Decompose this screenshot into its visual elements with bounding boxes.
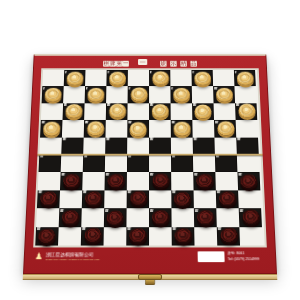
dark-piece[interactable] [84, 192, 102, 207]
square-23[interactable]: 23 [149, 137, 171, 154]
square-number: 7 [86, 87, 87, 89]
square-number: 2 [108, 70, 109, 72]
item-info-block: 货号: 8061 Tel: (0579) 2514999 [227, 250, 265, 262]
square-r5c5 [127, 137, 149, 154]
slogan-char: 乐 [170, 60, 176, 66]
square-22[interactable]: 22 [105, 137, 127, 154]
dark-piece[interactable] [218, 192, 236, 207]
square-27[interactable]: 27 [83, 155, 105, 173]
square-r9c1 [36, 208, 59, 226]
square-number: 10 [214, 87, 217, 89]
square-r1c7 [170, 70, 191, 86]
playing-area: 1234567891011121314151617181920212223242… [33, 68, 267, 247]
light-piece[interactable] [173, 88, 190, 102]
dark-piece[interactable] [39, 192, 57, 207]
square-number: 9 [171, 87, 172, 89]
square-39[interactable]: 39 [171, 190, 194, 208]
checkers-board-box: 棋牌第一 — 娱乐精品 1234567891011121314151617181… [23, 54, 277, 274]
dark-piece[interactable] [239, 174, 257, 189]
dark-piece[interactable] [220, 228, 238, 243]
square-number: 16 [42, 121, 45, 123]
light-piece[interactable] [238, 104, 255, 118]
square-r7c9 [215, 172, 238, 190]
dark-piece[interactable] [152, 173, 169, 188]
square-r4c4 [105, 120, 127, 137]
square-number: 15 [236, 104, 239, 106]
square-36[interactable]: 36 [37, 190, 60, 208]
square-number: 35 [238, 173, 241, 175]
square-number: 23 [150, 138, 153, 140]
square-25[interactable]: 25 [236, 137, 259, 154]
square-r2c8 [192, 86, 214, 103]
square-r9c5 [126, 208, 149, 226]
square-r3c9 [214, 103, 236, 120]
square-r6c8 [193, 155, 215, 173]
board-fold-line [37, 154, 262, 156]
square-26[interactable]: 26 [39, 155, 62, 173]
square-r7c3 [82, 172, 105, 190]
square-4[interactable]: 4 [191, 70, 213, 86]
square-number: 37 [83, 191, 86, 194]
square-number: 5 [235, 70, 236, 72]
square-37[interactable]: 37 [82, 190, 105, 208]
dark-piece[interactable] [61, 210, 79, 225]
square-number: 47 [82, 227, 85, 230]
square-41[interactable]: 41 [59, 208, 82, 226]
square-48[interactable]: 48 [126, 227, 149, 246]
dark-piece[interactable] [173, 192, 191, 207]
square-number: 25 [237, 138, 240, 140]
square-number: 6 [43, 87, 44, 89]
square-r8c8 [194, 190, 217, 208]
square-r4c2 [62, 120, 84, 137]
square-34[interactable]: 34 [193, 172, 216, 190]
square-6[interactable]: 6 [42, 86, 64, 103]
light-piece[interactable] [217, 121, 234, 135]
square-number: 1 [65, 70, 66, 72]
square-r5c9 [214, 137, 236, 154]
dark-piece[interactable] [107, 174, 125, 189]
square-number: 21 [63, 138, 66, 140]
square-40[interactable]: 40 [216, 190, 239, 208]
square-42[interactable]: 42 [104, 208, 127, 226]
slogan-right: 娱乐精品 [156, 54, 197, 69]
light-piece[interactable] [129, 122, 146, 136]
square-r3c7 [171, 103, 193, 120]
light-piece[interactable] [87, 121, 104, 135]
square-r2c10 [234, 86, 256, 103]
square-number: 44 [195, 209, 198, 212]
square-number: 49 [173, 227, 176, 230]
square-r8c4 [104, 190, 127, 208]
square-r6c4 [105, 155, 127, 173]
company-name-en: ZHEJIANG XINGDA CHESS & CARDS CO.,LTD. [46, 258, 100, 260]
square-number: 19 [172, 121, 175, 123]
telephone: Tel: (0579) 2514999 [228, 257, 251, 261]
square-r8c10 [238, 190, 261, 208]
dark-piece[interactable] [62, 174, 80, 189]
square-number: 18 [128, 121, 131, 123]
square-r7c7 [171, 172, 193, 190]
square-45[interactable]: 45 [239, 208, 262, 226]
dark-piece[interactable] [151, 210, 169, 225]
square-number: 32 [106, 173, 109, 175]
dark-piece[interactable] [106, 210, 124, 225]
square-r7c1 [38, 172, 61, 190]
square-r3c5 [127, 103, 149, 120]
item-number: 货号: 8061 [227, 252, 250, 256]
slogan-char: 一 [122, 60, 128, 66]
square-47[interactable]: 47 [81, 227, 104, 246]
square-5[interactable]: 5 [234, 70, 256, 86]
square-r8c2 [59, 190, 82, 208]
square-number: 33 [150, 173, 153, 175]
square-r5c1 [39, 137, 62, 154]
light-piece[interactable] [43, 122, 61, 136]
square-number: 42 [105, 209, 108, 212]
square-r6c6 [149, 155, 171, 173]
square-8[interactable]: 8 [128, 86, 149, 103]
slogan-left: 棋牌第一 [103, 54, 129, 69]
light-piece[interactable] [87, 88, 104, 102]
square-number: 45 [240, 209, 243, 212]
square-33[interactable]: 33 [149, 172, 171, 190]
square-number: 8 [129, 87, 130, 89]
square-r4c6 [149, 120, 171, 137]
dark-piece[interactable] [84, 228, 102, 243]
square-46[interactable]: 46 [35, 227, 58, 246]
square-number: 40 [217, 191, 220, 194]
light-piece[interactable] [66, 71, 83, 85]
square-r9c9 [216, 208, 239, 226]
square-r6c2 [61, 155, 84, 173]
square-31[interactable]: 31 [60, 172, 83, 190]
square-r8c6 [149, 190, 171, 208]
square-r9c7 [171, 208, 194, 226]
square-r3c1 [41, 103, 63, 120]
light-piece[interactable] [194, 105, 211, 119]
light-piece[interactable] [151, 105, 168, 119]
light-piece[interactable] [44, 88, 61, 102]
company-bar: ♟ 浙江星达棋牌有限公司 ZHEJIANG XINGDA CHESS & CAR… [32, 247, 267, 265]
square-number: 12 [107, 104, 110, 106]
square-r5c7 [171, 137, 193, 154]
square-number: 17 [85, 121, 88, 123]
square-28[interactable]: 28 [127, 155, 149, 173]
red-frame: 棋牌第一 — 娱乐精品 1234567891011121314151617181… [23, 54, 277, 274]
square-number: 48 [127, 227, 130, 230]
square-50[interactable]: 50 [217, 227, 240, 246]
square-18[interactable]: 18 [127, 120, 149, 137]
square-number: 36 [39, 191, 42, 194]
square-r4c8 [192, 120, 214, 137]
square-r6c10 [237, 155, 260, 173]
barcode [198, 251, 225, 262]
square-r1c5 [128, 70, 149, 86]
square-r2c6 [149, 86, 170, 103]
square-3[interactable]: 3 [149, 70, 170, 86]
square-number: 43 [150, 209, 153, 212]
square-r10c10 [239, 227, 262, 246]
brass-clasp [138, 274, 162, 280]
dark-piece[interactable] [129, 228, 147, 243]
light-piece[interactable] [130, 87, 147, 101]
square-2[interactable]: 2 [106, 70, 127, 86]
square-r10c2 [58, 227, 81, 246]
square-7[interactable]: 7 [85, 86, 107, 103]
square-number: 24 [194, 138, 197, 140]
slogan-char: 娱 [160, 60, 166, 66]
square-10[interactable]: 10 [213, 86, 235, 103]
slogan-char: 精 [180, 60, 187, 66]
square-number: 46 [37, 227, 40, 230]
dark-piece[interactable] [196, 174, 214, 189]
square-number: 22 [106, 138, 109, 140]
square-14[interactable]: 14 [192, 103, 214, 120]
square-r2c4 [106, 86, 128, 103]
square-32[interactable]: 32 [105, 172, 127, 190]
square-number: 41 [60, 209, 63, 212]
square-r2c2 [63, 86, 85, 103]
dark-piece[interactable] [196, 210, 214, 225]
square-r9c3 [81, 208, 104, 226]
company-name-block: 浙江星达棋牌有限公司 ZHEJIANG XINGDA CHESS & CARDS… [45, 251, 154, 262]
square-r7c5 [127, 172, 149, 190]
checkers-grid: 1234567891011121314151617181920212223242… [35, 70, 262, 246]
light-piece[interactable] [65, 105, 82, 119]
square-r5c3 [83, 137, 105, 154]
dark-piece[interactable] [174, 228, 192, 243]
product-photo: 棋牌第一 — 娱乐精品 1234567891011121314151617181… [0, 0, 300, 300]
square-r1c9 [213, 70, 235, 86]
square-r10c6 [149, 227, 172, 246]
light-piece[interactable] [109, 71, 126, 85]
light-piece[interactable] [173, 122, 190, 136]
square-43[interactable]: 43 [149, 208, 172, 226]
slogan-char: 品 [190, 60, 197, 66]
square-number: 34 [194, 173, 197, 175]
square-16[interactable]: 16 [40, 120, 62, 137]
dark-piece[interactable] [37, 229, 55, 244]
square-29[interactable]: 29 [171, 155, 193, 173]
square-13[interactable]: 13 [149, 103, 171, 120]
company-name-cn: 浙江星达棋牌有限公司 [46, 251, 133, 256]
square-number: 14 [193, 104, 196, 106]
square-r10c4 [104, 227, 127, 246]
company-mascot-icon: ♟ [35, 251, 43, 261]
square-1[interactable]: 1 [64, 70, 86, 86]
square-35[interactable]: 35 [237, 172, 260, 190]
square-r10c8 [194, 227, 217, 246]
square-number: 4 [192, 70, 193, 72]
square-number: 3 [150, 70, 151, 72]
square-number: 20 [215, 121, 218, 123]
square-11[interactable]: 11 [62, 103, 84, 120]
square-12[interactable]: 12 [106, 103, 128, 120]
square-17[interactable]: 17 [84, 120, 106, 137]
light-piece[interactable] [152, 71, 169, 85]
dark-piece[interactable] [242, 210, 260, 225]
square-38[interactable]: 38 [127, 190, 149, 208]
square-9[interactable]: 9 [170, 86, 192, 103]
square-15[interactable]: 15 [235, 103, 257, 120]
square-number: 39 [172, 191, 175, 194]
square-20[interactable]: 20 [214, 120, 236, 137]
slogan-dash: — [138, 59, 147, 65]
dark-piece[interactable] [130, 191, 148, 206]
square-44[interactable]: 44 [194, 208, 217, 226]
light-piece[interactable] [215, 88, 232, 102]
square-49[interactable]: 49 [172, 227, 195, 246]
square-30[interactable]: 30 [215, 155, 238, 173]
square-r1c3 [85, 70, 107, 86]
slogan-bar: 棋牌第一 — 娱乐精品 [41, 56, 258, 69]
square-number: 13 [150, 104, 153, 106]
square-21[interactable]: 21 [61, 137, 83, 154]
square-number: 11 [64, 104, 67, 106]
square-r4c10 [236, 120, 258, 137]
square-24[interactable]: 24 [193, 137, 215, 154]
square-number: 50 [218, 227, 221, 230]
square-r3c3 [84, 103, 106, 120]
square-number: 38 [128, 191, 131, 194]
light-piece[interactable] [109, 104, 126, 118]
light-piece[interactable] [236, 71, 253, 85]
square-r1c1 [42, 70, 64, 86]
light-piece[interactable] [194, 71, 211, 85]
square-number: 31 [61, 173, 64, 175]
square-19[interactable]: 19 [171, 120, 193, 137]
